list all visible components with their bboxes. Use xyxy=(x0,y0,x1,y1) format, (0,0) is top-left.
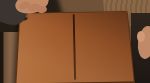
opponent-hand-knuckle xyxy=(137,31,145,42)
photo-scene: ♜♟♟♜♞♟♟♞♟♟♝♚♟♟♚♛♟♟♛♝♟♝♟♝♞♟♟♞♜♟♟♜ xyxy=(0,0,150,83)
chess-board: ♜♟♟♜♞♟♟♞♟♟♝♚♟♟♚♛♟♟♛♝♟♝♟♝♞♟♟♞♜♟♟♜ xyxy=(15,11,135,83)
